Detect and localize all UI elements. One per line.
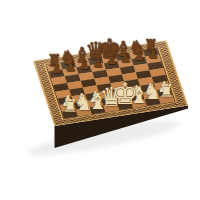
piece-black-pawn[interactable]: ♟ bbox=[106, 54, 117, 66]
piece-black-pawn[interactable]: ♟ bbox=[51, 63, 62, 75]
piece-black-pawn[interactable]: ♟ bbox=[148, 48, 159, 60]
piece-black-pawn[interactable]: ♟ bbox=[134, 50, 145, 62]
chess-set-photo: ♜♞♝♛♚♝♞♜♟♟♟♟♟♟♟♟♟♟♟♟♟♟♟♟♜♞♝♛♚♝♞♜ bbox=[0, 0, 200, 200]
piece-black-pawn[interactable]: ♟ bbox=[120, 52, 131, 64]
piece-black-pawn[interactable]: ♟ bbox=[79, 59, 90, 71]
piece-black-pawn[interactable]: ♟ bbox=[93, 56, 104, 68]
piece-white-rook[interactable]: ♜ bbox=[158, 83, 174, 101]
piece-black-pawn[interactable]: ♟ bbox=[65, 61, 76, 73]
pieces-layer: ♜♞♝♛♚♝♞♜♟♟♟♟♟♟♟♟♟♟♟♟♟♟♟♟♜♞♝♛♚♝♞♜ bbox=[0, 0, 200, 200]
